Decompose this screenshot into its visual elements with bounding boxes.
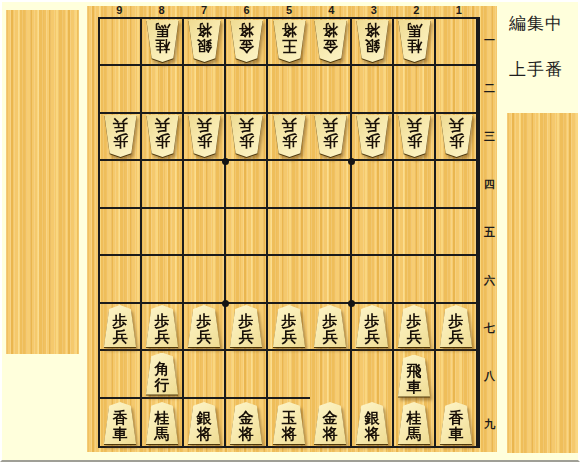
piece-歩兵-uwate[interactable]: 歩兵 bbox=[272, 115, 307, 157]
rank-label-三: 三 bbox=[481, 113, 498, 161]
square-2五[interactable] bbox=[394, 209, 436, 256]
square-2六[interactable] bbox=[394, 256, 436, 303]
piece-kanji: 歩 bbox=[113, 133, 128, 149]
square-8七[interactable]: 歩兵 bbox=[142, 304, 184, 351]
rank-label-七: 七 bbox=[481, 304, 498, 352]
piece-kanji: 歩 bbox=[407, 133, 422, 149]
piece-銀将-shitate[interactable]: 銀将 bbox=[187, 402, 222, 444]
square-9一[interactable] bbox=[100, 19, 142, 66]
file-label-3: 3 bbox=[353, 4, 395, 16]
piece-face: 歩兵 bbox=[397, 115, 432, 157]
piece-face: 歩兵 bbox=[187, 115, 222, 157]
piece-kanji: 将 bbox=[365, 426, 380, 442]
square-9七[interactable]: 歩兵 bbox=[100, 304, 142, 351]
rank-label-九: 九 bbox=[481, 400, 498, 448]
piece-桂馬-shitate[interactable]: 桂馬 bbox=[145, 402, 180, 444]
piece-歩兵-uwate[interactable]: 歩兵 bbox=[355, 115, 390, 157]
file-label-4: 4 bbox=[310, 4, 352, 16]
piece-kanji: 兵 bbox=[449, 117, 464, 133]
piece-kanji: 歩 bbox=[282, 133, 297, 149]
piece-歩兵-shitate[interactable]: 歩兵 bbox=[187, 305, 222, 347]
piece-kanji: 銀 bbox=[365, 38, 380, 54]
piece-kanji: 歩 bbox=[197, 313, 212, 329]
piece-face: 銀将 bbox=[187, 402, 222, 444]
piece-face: 金将 bbox=[229, 402, 264, 444]
square-8四[interactable] bbox=[142, 161, 184, 208]
piece-kanji: 兵 bbox=[197, 117, 212, 133]
piece-kanji: 歩 bbox=[282, 313, 297, 329]
piece-kanji: 歩 bbox=[365, 313, 380, 329]
square-4一[interactable]: 金将 bbox=[310, 19, 352, 66]
square-7九[interactable]: 銀将 bbox=[184, 399, 226, 446]
piece-kanji: 桂 bbox=[155, 410, 170, 426]
square-3二[interactable] bbox=[352, 66, 394, 113]
square-7四[interactable] bbox=[184, 161, 226, 208]
square-6八[interactable] bbox=[226, 351, 268, 398]
file-label-1: 1 bbox=[438, 4, 480, 16]
file-label-6: 6 bbox=[225, 4, 267, 16]
square-1三[interactable]: 歩兵 bbox=[436, 114, 478, 161]
square-3六[interactable] bbox=[352, 256, 394, 303]
shitate-captured-tray[interactable] bbox=[507, 113, 578, 453]
square-5六[interactable] bbox=[268, 256, 310, 303]
piece-kanji: 銀 bbox=[197, 410, 212, 426]
square-4八[interactable] bbox=[310, 351, 352, 398]
square-5八[interactable] bbox=[268, 351, 310, 398]
square-5七[interactable]: 歩兵 bbox=[268, 304, 310, 351]
piece-face: 王将 bbox=[272, 20, 307, 62]
piece-kanji: 歩 bbox=[197, 133, 212, 149]
rank-label-五: 五 bbox=[481, 209, 498, 257]
piece-kanji: 金 bbox=[323, 38, 338, 54]
piece-face: 銀将 bbox=[355, 20, 390, 62]
piece-kanji: 兵 bbox=[282, 329, 297, 345]
square-1一[interactable] bbox=[436, 19, 478, 66]
square-3九[interactable]: 銀将 bbox=[352, 399, 394, 446]
piece-kanji: 将 bbox=[197, 426, 212, 442]
piece-歩兵-shitate[interactable]: 歩兵 bbox=[439, 305, 474, 347]
piece-kanji: 将 bbox=[323, 426, 338, 442]
piece-歩兵-uwate[interactable]: 歩兵 bbox=[187, 115, 222, 157]
board-grid: 桂馬銀将金将王将金将銀将桂馬歩兵歩兵歩兵歩兵歩兵歩兵歩兵歩兵歩兵歩兵歩兵歩兵歩兵… bbox=[98, 17, 480, 448]
square-9四[interactable] bbox=[100, 161, 142, 208]
piece-香車-shitate[interactable]: 香車 bbox=[439, 402, 474, 444]
piece-face: 香車 bbox=[439, 402, 474, 444]
piece-kanji: 将 bbox=[323, 22, 338, 38]
piece-kanji: 歩 bbox=[323, 133, 338, 149]
piece-桂馬-shitate[interactable]: 桂馬 bbox=[397, 402, 432, 444]
piece-kanji: 歩 bbox=[113, 313, 128, 329]
square-2七[interactable]: 歩兵 bbox=[394, 304, 436, 351]
file-label-9: 9 bbox=[98, 4, 140, 16]
square-6四[interactable] bbox=[226, 161, 268, 208]
square-5二[interactable] bbox=[268, 66, 310, 113]
file-label-5: 5 bbox=[268, 4, 310, 16]
square-5四[interactable] bbox=[268, 161, 310, 208]
piece-face: 歩兵 bbox=[187, 305, 222, 347]
piece-金将-shitate[interactable]: 金将 bbox=[313, 402, 348, 444]
piece-kanji: 馬 bbox=[407, 426, 422, 442]
piece-kanji: 歩 bbox=[407, 313, 422, 329]
piece-kanji: 車 bbox=[449, 426, 464, 442]
square-9六[interactable] bbox=[100, 256, 142, 303]
piece-face: 歩兵 bbox=[439, 115, 474, 157]
piece-face: 歩兵 bbox=[229, 115, 264, 157]
piece-kanji: 玉 bbox=[282, 410, 297, 426]
piece-face: 銀将 bbox=[355, 402, 390, 444]
piece-kanji: 金 bbox=[323, 410, 338, 426]
piece-kanji: 銀 bbox=[197, 38, 212, 54]
piece-kanji: 車 bbox=[407, 379, 422, 395]
piece-kanji: 兵 bbox=[407, 117, 422, 133]
square-3五[interactable] bbox=[352, 209, 394, 256]
piece-face: 桂馬 bbox=[145, 20, 180, 62]
piece-face: 銀将 bbox=[187, 20, 222, 62]
square-7五[interactable] bbox=[184, 209, 226, 256]
file-label-7: 7 bbox=[183, 4, 225, 16]
piece-kanji: 将 bbox=[282, 22, 297, 38]
piece-face: 歩兵 bbox=[272, 115, 307, 157]
square-1八[interactable] bbox=[436, 351, 478, 398]
piece-kanji: 香 bbox=[449, 410, 464, 426]
piece-角行-shitate[interactable]: 角行 bbox=[145, 353, 180, 395]
piece-face: 金将 bbox=[229, 20, 264, 62]
piece-face: 歩兵 bbox=[355, 305, 390, 347]
square-6七[interactable]: 歩兵 bbox=[226, 304, 268, 351]
piece-kanji: 歩 bbox=[155, 133, 170, 149]
piece-歩兵-shitate[interactable]: 歩兵 bbox=[313, 305, 348, 347]
piece-face: 歩兵 bbox=[103, 305, 138, 347]
piece-face: 桂馬 bbox=[145, 402, 180, 444]
piece-歩兵-uwate[interactable]: 歩兵 bbox=[229, 115, 264, 157]
piece-kanji: 王 bbox=[282, 38, 297, 54]
piece-kanji: 兵 bbox=[407, 329, 422, 345]
piece-kanji: 馬 bbox=[155, 426, 170, 442]
square-3三[interactable]: 歩兵 bbox=[352, 114, 394, 161]
square-6九[interactable]: 金将 bbox=[226, 399, 268, 446]
piece-kanji: 銀 bbox=[365, 410, 380, 426]
file-labels: 987654321 bbox=[98, 4, 480, 16]
square-6二[interactable] bbox=[226, 66, 268, 113]
square-1六[interactable] bbox=[436, 256, 478, 303]
piece-kanji: 兵 bbox=[449, 329, 464, 345]
piece-face: 歩兵 bbox=[145, 115, 180, 157]
piece-face: 玉将 bbox=[272, 402, 307, 444]
square-8二[interactable] bbox=[142, 66, 184, 113]
status-turn-label: 上手番 bbox=[509, 58, 579, 81]
square-6三[interactable]: 歩兵 bbox=[226, 114, 268, 161]
square-5三[interactable]: 歩兵 bbox=[268, 114, 310, 161]
piece-歩兵-uwate[interactable]: 歩兵 bbox=[439, 115, 474, 157]
square-4五[interactable] bbox=[310, 209, 352, 256]
square-1五[interactable] bbox=[436, 209, 478, 256]
square-9五[interactable] bbox=[100, 209, 142, 256]
square-8八[interactable]: 角行 bbox=[142, 351, 184, 398]
square-4六[interactable] bbox=[310, 256, 352, 303]
square-8三[interactable]: 歩兵 bbox=[142, 114, 184, 161]
piece-face: 金将 bbox=[313, 402, 348, 444]
piece-kanji: 馬 bbox=[407, 22, 422, 38]
piece-歩兵-shitate[interactable]: 歩兵 bbox=[145, 305, 180, 347]
piece-kanji: 将 bbox=[282, 426, 297, 442]
square-2九[interactable]: 桂馬 bbox=[394, 399, 436, 446]
piece-銀将-uwate[interactable]: 銀将 bbox=[355, 20, 390, 62]
rank-label-六: 六 bbox=[481, 256, 498, 304]
square-4三[interactable]: 歩兵 bbox=[310, 114, 352, 161]
square-7三[interactable]: 歩兵 bbox=[184, 114, 226, 161]
square-7八[interactable] bbox=[184, 351, 226, 398]
square-8九[interactable]: 桂馬 bbox=[142, 399, 184, 446]
rank-labels: 一二三四五六七八九 bbox=[481, 17, 498, 448]
square-7六[interactable] bbox=[184, 256, 226, 303]
piece-kanji: 歩 bbox=[239, 133, 254, 149]
piece-歩兵-shitate[interactable]: 歩兵 bbox=[355, 305, 390, 347]
piece-金将-uwate[interactable]: 金将 bbox=[313, 20, 348, 62]
status-editing-label: 編集中 bbox=[509, 12, 579, 35]
square-5九[interactable]: 玉将 bbox=[268, 399, 310, 446]
piece-kanji: 兵 bbox=[155, 329, 170, 345]
square-9三[interactable]: 歩兵 bbox=[100, 114, 142, 161]
piece-kanji: 金 bbox=[239, 38, 254, 54]
square-9二[interactable] bbox=[100, 66, 142, 113]
piece-kanji: 香 bbox=[113, 410, 128, 426]
square-2八[interactable]: 飛車 bbox=[394, 351, 436, 398]
piece-face: 歩兵 bbox=[103, 115, 138, 157]
rank-label-八: 八 bbox=[481, 352, 498, 400]
square-3八[interactable] bbox=[352, 351, 394, 398]
square-3四[interactable] bbox=[352, 161, 394, 208]
piece-face: 歩兵 bbox=[397, 305, 432, 347]
square-4四[interactable] bbox=[310, 161, 352, 208]
square-1七[interactable]: 歩兵 bbox=[436, 304, 478, 351]
square-5一[interactable]: 王将 bbox=[268, 19, 310, 66]
piece-kanji: 兵 bbox=[155, 117, 170, 133]
piece-香車-shitate[interactable]: 香車 bbox=[103, 402, 138, 444]
piece-face: 金将 bbox=[313, 20, 348, 62]
piece-kanji: 兵 bbox=[113, 117, 128, 133]
piece-kanji: 歩 bbox=[239, 313, 254, 329]
piece-kanji: 将 bbox=[239, 426, 254, 442]
square-4二[interactable] bbox=[310, 66, 352, 113]
square-8五[interactable] bbox=[142, 209, 184, 256]
piece-face: 飛車 bbox=[397, 355, 432, 397]
piece-face: 香車 bbox=[103, 402, 138, 444]
square-2二[interactable] bbox=[394, 66, 436, 113]
square-6六[interactable] bbox=[226, 256, 268, 303]
piece-kanji: 兵 bbox=[365, 329, 380, 345]
piece-kanji: 将 bbox=[197, 22, 212, 38]
square-6五[interactable] bbox=[226, 209, 268, 256]
piece-kanji: 桂 bbox=[407, 410, 422, 426]
piece-kanji: 歩 bbox=[449, 313, 464, 329]
piece-歩兵-shitate[interactable]: 歩兵 bbox=[103, 305, 138, 347]
square-4七[interactable]: 歩兵 bbox=[310, 304, 352, 351]
uwate-captured-tray[interactable] bbox=[6, 10, 79, 354]
file-label-2: 2 bbox=[395, 4, 437, 16]
file-label-8: 8 bbox=[140, 4, 182, 16]
piece-kanji: 歩 bbox=[155, 313, 170, 329]
square-8六[interactable] bbox=[142, 256, 184, 303]
piece-face: 歩兵 bbox=[229, 305, 264, 347]
square-4九[interactable]: 金将 bbox=[310, 399, 352, 446]
piece-kanji: 兵 bbox=[365, 117, 380, 133]
piece-kanji: 桂 bbox=[407, 38, 422, 54]
piece-王将-uwate[interactable]: 王将 bbox=[272, 20, 307, 62]
square-8一[interactable]: 桂馬 bbox=[142, 19, 184, 66]
piece-金将-shitate[interactable]: 金将 bbox=[229, 402, 264, 444]
square-3七[interactable]: 歩兵 bbox=[352, 304, 394, 351]
piece-歩兵-shitate[interactable]: 歩兵 bbox=[397, 305, 432, 347]
piece-face: 歩兵 bbox=[145, 305, 180, 347]
piece-桂馬-uwate[interactable]: 桂馬 bbox=[397, 20, 432, 62]
piece-桂馬-uwate[interactable]: 桂馬 bbox=[145, 20, 180, 62]
square-9九[interactable]: 香車 bbox=[100, 399, 142, 446]
piece-face: 歩兵 bbox=[313, 305, 348, 347]
square-7七[interactable]: 歩兵 bbox=[184, 304, 226, 351]
piece-kanji: 行 bbox=[155, 377, 170, 393]
piece-銀将-uwate[interactable]: 銀将 bbox=[187, 20, 222, 62]
square-1九[interactable]: 香車 bbox=[436, 399, 478, 446]
piece-歩兵-uwate[interactable]: 歩兵 bbox=[145, 115, 180, 157]
square-6一[interactable]: 金将 bbox=[226, 19, 268, 66]
piece-kanji: 車 bbox=[113, 426, 128, 442]
piece-face: 角行 bbox=[145, 353, 180, 395]
piece-face: 歩兵 bbox=[355, 115, 390, 157]
piece-kanji: 歩 bbox=[323, 313, 338, 329]
rank-label-二: 二 bbox=[481, 65, 498, 113]
rank-label-一: 一 bbox=[481, 17, 498, 65]
piece-kanji: 兵 bbox=[282, 117, 297, 133]
piece-kanji: 馬 bbox=[155, 22, 170, 38]
piece-face: 歩兵 bbox=[439, 305, 474, 347]
piece-歩兵-uwate[interactable]: 歩兵 bbox=[103, 115, 138, 157]
square-7一[interactable]: 銀将 bbox=[184, 19, 226, 66]
piece-face: 歩兵 bbox=[272, 305, 307, 347]
square-7二[interactable] bbox=[184, 66, 226, 113]
piece-face: 桂馬 bbox=[397, 20, 432, 62]
piece-kanji: 飛 bbox=[407, 363, 422, 379]
piece-kanji: 兵 bbox=[113, 329, 128, 345]
square-2三[interactable]: 歩兵 bbox=[394, 114, 436, 161]
piece-歩兵-shitate[interactable]: 歩兵 bbox=[272, 305, 307, 347]
piece-kanji: 歩 bbox=[449, 133, 464, 149]
square-5五[interactable] bbox=[268, 209, 310, 256]
piece-kanji: 兵 bbox=[197, 329, 212, 345]
square-9八[interactable] bbox=[100, 351, 142, 398]
piece-face: 桂馬 bbox=[397, 402, 432, 444]
piece-kanji: 将 bbox=[239, 22, 254, 38]
piece-kanji: 将 bbox=[365, 22, 380, 38]
piece-銀将-shitate[interactable]: 銀将 bbox=[355, 402, 390, 444]
piece-歩兵-uwate[interactable]: 歩兵 bbox=[397, 115, 432, 157]
square-2四[interactable] bbox=[394, 161, 436, 208]
piece-金将-uwate[interactable]: 金将 bbox=[229, 20, 264, 62]
piece-kanji: 桂 bbox=[155, 38, 170, 54]
piece-歩兵-uwate[interactable]: 歩兵 bbox=[313, 115, 348, 157]
piece-飛車-shitate[interactable]: 飛車 bbox=[397, 355, 432, 397]
piece-kanji: 兵 bbox=[323, 329, 338, 345]
piece-kanji: 角 bbox=[155, 361, 170, 377]
shogi-editor-window: 987654321 一二三四五六七八九 桂馬銀将金将王将金将銀将桂馬歩兵歩兵歩兵… bbox=[0, 0, 580, 462]
piece-歩兵-shitate[interactable]: 歩兵 bbox=[229, 305, 264, 347]
piece-kanji: 兵 bbox=[239, 329, 254, 345]
square-2一[interactable]: 桂馬 bbox=[394, 19, 436, 66]
square-1四[interactable] bbox=[436, 161, 478, 208]
piece-kanji: 兵 bbox=[323, 117, 338, 133]
square-3一[interactable]: 銀将 bbox=[352, 19, 394, 66]
rank-label-四: 四 bbox=[481, 161, 498, 209]
piece-kanji: 兵 bbox=[239, 117, 254, 133]
piece-kanji: 歩 bbox=[365, 133, 380, 149]
piece-face: 歩兵 bbox=[313, 115, 348, 157]
piece-kanji: 金 bbox=[239, 410, 254, 426]
square-1二[interactable] bbox=[436, 66, 478, 113]
piece-玉将-shitate[interactable]: 玉将 bbox=[272, 402, 307, 444]
